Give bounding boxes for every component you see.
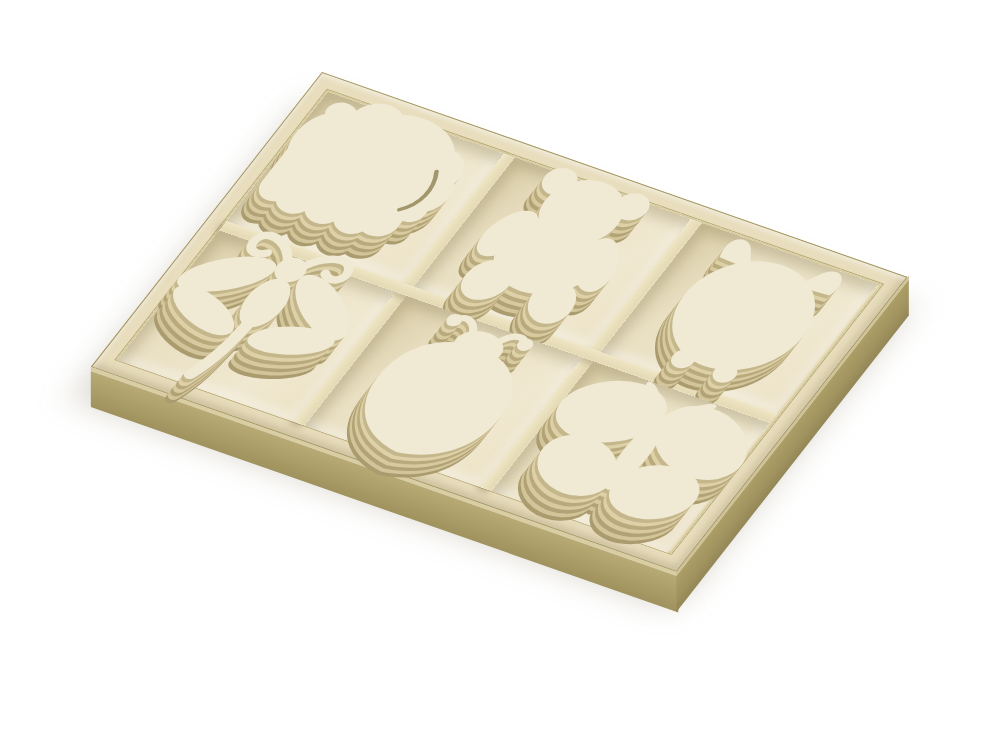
image-caption: Overhead product photo of a rectangular … [0, 21, 1, 22]
product-photo: Overhead product photo of a rectangular … [0, 0, 1000, 750]
wooden-tray [91, 72, 908, 572]
